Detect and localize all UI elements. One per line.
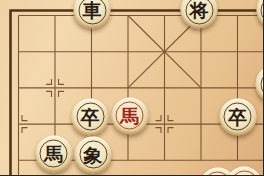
piece-character: 将	[181, 0, 218, 29]
piece-character: 象	[75, 136, 112, 173]
piece-black-general[interactable]: 将	[181, 0, 218, 29]
piece-ring	[261, 0, 264, 24]
xiangqi-board: 車将卒馬卒馬象	[0, 0, 263, 175]
piece-ring	[230, 171, 258, 176]
piece-character: 馬	[35, 135, 72, 172]
piece-character: 車	[74, 0, 111, 29]
piece-black-soldier-g3[interactable]: 卒	[219, 98, 256, 135]
piece-black-elephant[interactable]: 象	[75, 136, 112, 173]
piece-character: 卒	[219, 98, 256, 135]
piece-black-chariot[interactable]: 車	[74, 0, 111, 29]
piece-red-horse[interactable]: 馬	[111, 97, 148, 134]
piece-character: 馬	[111, 97, 148, 134]
piece-black-horse[interactable]: 馬	[35, 135, 72, 172]
piece-ring	[260, 70, 263, 98]
piece-black-soldier-c3[interactable]: 卒	[72, 98, 109, 135]
piece-character: 卒	[72, 98, 109, 135]
